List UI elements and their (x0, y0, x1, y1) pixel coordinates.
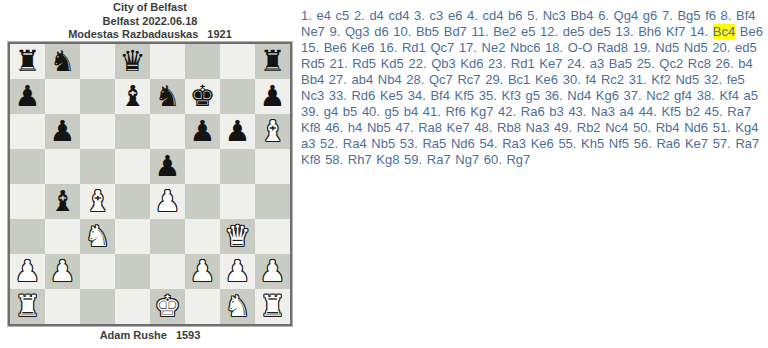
move-san[interactable]: g4 (324, 104, 338, 119)
square-d5 (115, 149, 150, 184)
move-san[interactable]: Ra6 (521, 104, 545, 119)
white-rook: ♜ (15, 289, 41, 324)
white-knight: ♞ (85, 219, 111, 254)
move-number: 46. (325, 120, 343, 135)
move-number: 33. (329, 88, 347, 103)
square-e3 (150, 219, 185, 254)
move-san[interactable]: Rd5 (352, 56, 376, 71)
square-a5 (10, 149, 45, 184)
square-c8 (80, 44, 115, 79)
move-san[interactable]: Kf2 (651, 72, 671, 87)
event-title: City of Belfast (0, 1, 300, 15)
move-san[interactable]: Nb5 (371, 136, 395, 151)
move-number: 18. (545, 40, 563, 55)
move-number: 52. (320, 136, 338, 151)
square-f6: ♟ (185, 114, 220, 149)
move-san[interactable]: Nb4 (378, 72, 402, 87)
move-number: 44. (639, 104, 657, 119)
move-number: 14. (690, 24, 708, 39)
square-h8: ♜ (255, 44, 290, 79)
move-san[interactable]: Kg4 (735, 120, 758, 135)
move-san[interactable]: b2 (686, 104, 700, 119)
white-player-name: Adam Rushe (100, 329, 167, 341)
square-b3 (45, 219, 80, 254)
move-san[interactable]: Nd4 (567, 88, 591, 103)
move-san[interactable]: Rc7 (457, 72, 480, 87)
chess-board: ♜♞♛♜♟♝♞♚♟♟♟♟♝♟♝♝♟♞♛♟♟♟♟♟♜♚♞♜ (8, 42, 292, 326)
black-knight: ♞ (50, 44, 76, 79)
white-bishop: ♝ (260, 114, 286, 149)
white-player-rating: 1593 (176, 329, 200, 341)
move-san[interactable]: Nc3 (543, 8, 566, 23)
move-san[interactable]: Rd5 (301, 56, 325, 71)
black-pawn: ♟ (50, 114, 76, 149)
move-number: 57. (713, 136, 731, 151)
move-san[interactable]: Rb2 (577, 120, 601, 135)
square-e8 (150, 44, 185, 79)
square-b6: ♟ (45, 114, 80, 149)
square-h6: ♝ (255, 114, 290, 149)
move-number: 59. (404, 152, 422, 167)
square-h4 (255, 184, 290, 219)
move-san[interactable]: Rd1 (511, 56, 535, 71)
move-san[interactable]: Kf8 (301, 120, 321, 135)
move-san[interactable]: b5 (343, 104, 357, 119)
move-san[interactable]: Kh5 (581, 136, 604, 151)
square-f5 (185, 149, 220, 184)
move-san[interactable]: a4 (620, 104, 634, 119)
move-number: 21. (329, 56, 347, 71)
move-san[interactable]: fe5 (727, 72, 745, 87)
move-number: 3. (414, 8, 425, 23)
black-pawn: ♟ (260, 79, 286, 114)
square-b1 (45, 289, 80, 324)
move-san[interactable]: Rd6 (351, 88, 375, 103)
black-rook: ♜ (260, 44, 286, 79)
move-san[interactable]: c5 (336, 8, 350, 23)
move-number: 60. (484, 152, 502, 167)
move-san[interactable]: Nbc6 (510, 40, 540, 55)
move-number: 51. (713, 120, 731, 135)
move-san[interactable]: Bb4 (301, 72, 324, 87)
move-san[interactable]: a3 (590, 56, 604, 71)
move-san[interactable]: Kg6 (596, 88, 619, 103)
square-g8 (220, 44, 255, 79)
white-player-line: Adam Rushe1593 (0, 329, 300, 341)
move-number: 40. (362, 104, 380, 119)
move-number: 29. (485, 72, 503, 87)
square-e4: ♟ (150, 184, 185, 219)
white-bishop: ♝ (85, 184, 111, 219)
move-number: 27. (329, 72, 347, 87)
square-f2: ♟ (185, 254, 220, 289)
square-b5 (45, 149, 80, 184)
move-san[interactable]: Kf3 (501, 88, 521, 103)
move-san[interactable]: b3 (549, 104, 563, 119)
black-player-name: Modestas Razbadauskas (68, 28, 198, 40)
move-number: 5. (527, 8, 538, 23)
move-san[interactable]: Bg5 (677, 8, 700, 23)
move-number: 16. (379, 40, 397, 55)
move-san[interactable]: Ke5 (380, 88, 403, 103)
move-san[interactable]: f4 (585, 72, 596, 87)
black-player-line: Modestas Razbadauskas1921 (0, 28, 300, 42)
move-san[interactable]: Bc4 (713, 24, 735, 39)
move-san[interactable]: Nd6 (684, 120, 708, 135)
move-san[interactable]: Rb4 (656, 120, 680, 135)
move-san[interactable]: Rc2 (601, 72, 624, 87)
move-san[interactable]: Na3 (526, 120, 550, 135)
move-san[interactable]: Ra7 (427, 152, 451, 167)
move-number: 49. (554, 120, 572, 135)
square-f3 (185, 219, 220, 254)
move-number: 22. (408, 56, 426, 71)
move-number: 20. (712, 40, 730, 55)
move-san[interactable]: Ne7 (301, 24, 325, 39)
move-number: 9. (329, 24, 340, 39)
move-number: 31. (629, 72, 647, 87)
square-h3 (255, 219, 290, 254)
move-san[interactable]: g5 (526, 88, 540, 103)
move-san[interactable]: Nb5 (367, 120, 391, 135)
chess-game-viewer: { "game": "chess", "position": { "fen": … (0, 0, 768, 348)
square-d8: ♛ (115, 44, 150, 79)
move-san[interactable]: Kf7 (666, 24, 686, 39)
move-san[interactable]: Rb8 (497, 120, 521, 135)
move-san[interactable]: Kf8 (301, 152, 321, 167)
square-g3: ♛ (220, 219, 255, 254)
black-rook: ♜ (15, 44, 41, 79)
white-rook: ♜ (260, 289, 286, 324)
square-f8 (185, 44, 220, 79)
move-number: 50. (633, 120, 651, 135)
move-san[interactable]: Kg8 (376, 152, 399, 167)
square-e6 (150, 114, 185, 149)
move-san[interactable]: Qb3 (431, 56, 456, 71)
square-c1 (80, 289, 115, 324)
move-san[interactable]: Ke7 (685, 136, 708, 151)
move-san[interactable]: Qc7 (430, 40, 454, 55)
move-number: 37. (624, 88, 642, 103)
move-san[interactable]: Ne2 (482, 40, 506, 55)
move-san[interactable]: h4 (348, 120, 362, 135)
move-number: 11. (471, 24, 488, 39)
square-g1: ♞ (220, 289, 255, 324)
move-san[interactable]: Nc3 (301, 88, 324, 103)
move-number: 53. (400, 136, 418, 151)
move-san[interactable]: Be2 (493, 24, 516, 39)
square-h7: ♟ (255, 79, 290, 114)
square-h2: ♟ (255, 254, 290, 289)
game-header: City of Belfast Belfast 2022.06.18 Modes… (0, 1, 300, 42)
move-san[interactable]: Bb4 (570, 8, 593, 23)
black-bishop: ♝ (120, 79, 146, 114)
square-g7 (220, 79, 255, 114)
move-san[interactable]: Nd5 (675, 72, 699, 87)
move-san[interactable]: Kg7 (470, 104, 493, 119)
square-d3 (115, 219, 150, 254)
move-san[interactable]: O-O (568, 40, 593, 55)
move-san[interactable]: b4 (738, 56, 752, 71)
move-san[interactable]: cd4 (388, 8, 409, 23)
move-san[interactable]: b4 (404, 104, 418, 119)
move-san[interactable]: Kf5 (661, 104, 681, 119)
move-number: 56. (634, 136, 652, 151)
white-pawn: ♟ (155, 184, 181, 219)
move-san[interactable]: gf4 (674, 88, 692, 103)
move-san[interactable]: Ng7 (455, 152, 479, 167)
move-san[interactable]: Nc2 (646, 88, 669, 103)
site-date: Belfast 2022.06.18 (0, 15, 300, 29)
white-pawn: ♟ (50, 254, 76, 289)
white-pawn: ♟ (190, 254, 216, 289)
square-g4 (220, 184, 255, 219)
move-number: 58. (325, 152, 343, 167)
move-san[interactable]: d6 (374, 24, 388, 39)
square-g6: ♟ (220, 114, 255, 149)
move-san[interactable]: Ke6 (531, 136, 554, 151)
black-pawn: ♟ (155, 149, 181, 184)
move-san[interactable]: e4 (316, 8, 330, 23)
move-san[interactable]: Kd6 (460, 56, 483, 71)
move-san[interactable]: Qc7 (429, 72, 453, 87)
move-number: 43. (568, 104, 586, 119)
square-h5 (255, 149, 290, 184)
move-san[interactable]: ed5 (735, 40, 757, 55)
move-number: 24. (567, 56, 585, 71)
square-a8: ♜ (10, 44, 45, 79)
move-san[interactable]: Ra4 (343, 136, 367, 151)
move-san[interactable]: g6 (643, 8, 657, 23)
move-san[interactable]: Na3 (591, 104, 615, 119)
move-san[interactable]: Kd5 (381, 56, 404, 71)
move-number: 54. (479, 136, 497, 151)
white-pawn: ♟ (260, 254, 286, 289)
move-number: 36. (545, 88, 563, 103)
square-d6 (115, 114, 150, 149)
move-san[interactable]: Rd1 (402, 40, 426, 55)
move-number: 48. (474, 120, 492, 135)
move-number: 7. (662, 8, 673, 23)
move-san[interactable]: cd4 (482, 8, 503, 23)
move-number: 25. (637, 56, 655, 71)
move-number: 1. (301, 8, 312, 23)
move-san[interactable]: a5 (744, 88, 758, 103)
move-san[interactable]: Ra5 (422, 136, 446, 151)
move-san[interactable]: Bd7 (444, 24, 467, 39)
move-san[interactable]: Bb5 (416, 24, 439, 39)
move-number: 41. (423, 104, 441, 119)
move-san[interactable]: Rh7 (348, 152, 372, 167)
square-d7: ♝ (115, 79, 150, 114)
move-san[interactable]: Ra6 (656, 136, 680, 151)
move-san[interactable]: Nf5 (609, 136, 629, 151)
move-san[interactable]: a3 (301, 136, 315, 151)
move-number: 34. (408, 88, 426, 103)
square-c6 (80, 114, 115, 149)
black-pawn: ♟ (225, 114, 251, 149)
square-b2: ♟ (45, 254, 80, 289)
move-san[interactable]: Be6 (324, 40, 347, 55)
move-san[interactable]: Nd6 (451, 136, 475, 151)
move-san[interactable]: c3 (430, 8, 444, 23)
square-a1: ♜ (10, 289, 45, 324)
move-san[interactable]: Ra8 (418, 120, 442, 135)
move-list: 1. e4 c5 2. d4 cd4 3. c3 e6 4. cd4 b6 5.… (301, 8, 767, 168)
black-bishop: ♝ (50, 184, 76, 219)
move-san[interactable]: Bc1 (508, 72, 530, 87)
move-san[interactable]: Rad8 (597, 40, 628, 55)
move-san[interactable]: ab4 (351, 72, 373, 87)
move-number: 38. (697, 88, 715, 103)
move-san[interactable]: Rc8 (688, 56, 711, 71)
move-san[interactable]: b6 (508, 8, 522, 23)
black-king: ♚ (190, 79, 216, 114)
move-number: 6. (598, 8, 609, 23)
move-san[interactable]: Qc2 (659, 56, 683, 71)
move-number: 17. (459, 40, 477, 55)
move-number: 39. (301, 104, 319, 119)
move-san[interactable]: f6 (705, 8, 716, 23)
move-san[interactable]: Nd5 (684, 40, 708, 55)
square-f1 (185, 289, 220, 324)
move-san[interactable]: e5 (521, 24, 535, 39)
move-san[interactable]: Ke6 (351, 40, 374, 55)
black-pawn: ♟ (15, 79, 41, 114)
square-e2 (150, 254, 185, 289)
black-player-rating: 1921 (207, 28, 231, 40)
square-c4: ♝ (80, 184, 115, 219)
move-number: 19. (633, 40, 651, 55)
move-number: 35. (479, 88, 497, 103)
move-number: 15. (301, 40, 319, 55)
move-number: 55. (558, 136, 576, 151)
move-san[interactable]: Kf4 (719, 88, 739, 103)
square-c7 (80, 79, 115, 114)
square-c3: ♞ (80, 219, 115, 254)
move-san[interactable]: Ra7 (735, 136, 759, 151)
square-b8: ♞ (45, 44, 80, 79)
square-b4: ♝ (45, 184, 80, 219)
white-pawn: ♟ (225, 254, 251, 289)
square-e1: ♚ (150, 289, 185, 324)
move-san[interactable]: Ra3 (502, 136, 526, 151)
move-san[interactable]: de5 (563, 24, 585, 39)
move-san[interactable]: Ke6 (535, 72, 558, 87)
square-g5 (220, 149, 255, 184)
square-a2: ♟ (10, 254, 45, 289)
move-san[interactable]: Bf4 (736, 8, 756, 23)
square-a7: ♟ (10, 79, 45, 114)
square-d2 (115, 254, 150, 289)
square-a4 (10, 184, 45, 219)
move-san[interactable]: Nc4 (605, 120, 628, 135)
move-number: 45. (705, 104, 723, 119)
move-san[interactable]: Nd5 (655, 40, 679, 55)
move-san[interactable]: de5 (589, 24, 611, 39)
move-san[interactable]: Bf4 (430, 88, 450, 103)
move-number: 2. (354, 8, 365, 23)
black-pawn: ♟ (190, 114, 216, 149)
move-number: 32. (704, 72, 722, 87)
move-san[interactable]: Ke7 (539, 56, 562, 71)
move-number: 4. (467, 8, 478, 23)
move-san[interactable]: Rf6 (445, 104, 465, 119)
square-a6 (10, 114, 45, 149)
square-c2 (80, 254, 115, 289)
square-e5: ♟ (150, 149, 185, 184)
move-number: 30. (563, 72, 581, 87)
square-h1: ♜ (255, 289, 290, 324)
move-number: 13. (615, 24, 633, 39)
square-f4 (185, 184, 220, 219)
move-san[interactable]: Qg3 (345, 24, 370, 39)
move-number: 28. (406, 72, 424, 87)
move-san[interactable]: Kf5 (455, 88, 475, 103)
white-knight: ♞ (225, 289, 251, 324)
square-f7: ♚ (185, 79, 220, 114)
white-queen: ♛ (225, 219, 251, 254)
white-king: ♚ (155, 289, 181, 324)
move-number: 8. (721, 8, 732, 23)
square-g2: ♟ (220, 254, 255, 289)
square-b7 (45, 79, 80, 114)
move-san[interactable]: Ra7 (727, 104, 751, 119)
move-san[interactable]: Bh6 (638, 24, 661, 39)
square-c5 (80, 149, 115, 184)
move-number: 23. (488, 56, 506, 71)
move-number: 42. (498, 104, 516, 119)
move-number: 10. (393, 24, 411, 39)
move-number: 26. (716, 56, 734, 71)
move-san[interactable]: Rg7 (506, 152, 530, 167)
black-queen: ♛ (120, 44, 146, 79)
square-e7: ♞ (150, 79, 185, 114)
move-san[interactable]: Ke7 (447, 120, 470, 135)
move-san[interactable]: Qg4 (614, 8, 639, 23)
move-number: 47. (395, 120, 413, 135)
square-a3 (10, 219, 45, 254)
square-d4 (115, 184, 150, 219)
move-san[interactable]: g5 (385, 104, 399, 119)
move-san[interactable]: d4 (369, 8, 383, 23)
move-san[interactable]: e6 (448, 8, 462, 23)
move-san[interactable]: Ba5 (609, 56, 632, 71)
white-pawn: ♟ (15, 254, 41, 289)
black-knight: ♞ (155, 79, 181, 114)
move-number: 12. (540, 24, 558, 39)
move-san[interactable]: Be6 (740, 24, 763, 39)
square-d1 (115, 289, 150, 324)
